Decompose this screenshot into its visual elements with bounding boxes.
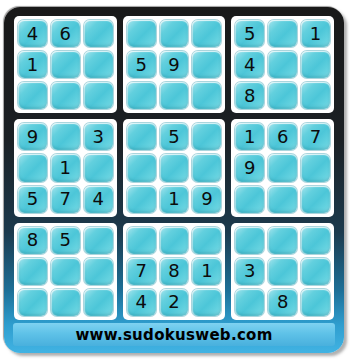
cell-r7-c1[interactable]: 8 <box>18 227 47 254</box>
box-r2-c2: 519 <box>123 119 226 216</box>
cell-r8-c7[interactable]: 3 <box>235 258 264 285</box>
cell-r1-c6[interactable] <box>192 20 221 47</box>
cell-r1-c1[interactable]: 4 <box>18 20 47 47</box>
cell-r8-c2[interactable] <box>51 258 80 285</box>
cell-r4-c9[interactable]: 7 <box>301 123 330 150</box>
cell-r8-c5[interactable]: 8 <box>160 258 189 285</box>
cell-r9-c3[interactable] <box>84 289 113 316</box>
cell-r6-c4[interactable] <box>127 186 156 213</box>
box-r3-c2: 78142 <box>123 223 226 320</box>
cell-r5-c7[interactable]: 9 <box>235 154 264 181</box>
cell-r7-c9[interactable] <box>301 227 330 254</box>
cell-r2-c3[interactable] <box>84 51 113 78</box>
sudoku-grid: 461 59 5148 931574 519 1679 85 78142 38 <box>14 16 334 320</box>
cell-r9-c5[interactable]: 2 <box>160 289 189 316</box>
box-r3-c3: 38 <box>231 223 334 320</box>
cell-r5-c5[interactable] <box>160 154 189 181</box>
cell-r7-c3[interactable] <box>84 227 113 254</box>
cell-r5-c9[interactable] <box>301 154 330 181</box>
cell-r4-c6[interactable] <box>192 123 221 150</box>
cell-r2-c7[interactable]: 4 <box>235 51 264 78</box>
cell-r2-c6[interactable] <box>192 51 221 78</box>
cell-r3-c3[interactable] <box>84 82 113 109</box>
cell-r5-c8[interactable] <box>268 154 297 181</box>
cell-r3-c7[interactable]: 8 <box>235 82 264 109</box>
cell-r2-c9[interactable] <box>301 51 330 78</box>
cell-r2-c2[interactable] <box>51 51 80 78</box>
cell-r1-c3[interactable] <box>84 20 113 47</box>
cell-r6-c2[interactable]: 7 <box>51 186 80 213</box>
cell-r7-c5[interactable] <box>160 227 189 254</box>
cell-r3-c4[interactable] <box>127 82 156 109</box>
cell-r9-c6[interactable] <box>192 289 221 316</box>
site-url: www.sudokusweb.com <box>13 323 335 346</box>
cell-r7-c4[interactable] <box>127 227 156 254</box>
cell-r9-c8[interactable]: 8 <box>268 289 297 316</box>
sudoku-board: 461 59 5148 931574 519 1679 85 78142 38 … <box>4 7 344 353</box>
cell-r4-c3[interactable]: 3 <box>84 123 113 150</box>
cell-r9-c9[interactable] <box>301 289 330 316</box>
cell-r6-c5[interactable]: 1 <box>160 186 189 213</box>
cell-r9-c4[interactable]: 4 <box>127 289 156 316</box>
cell-r3-c2[interactable] <box>51 82 80 109</box>
box-r1-c3: 5148 <box>231 16 334 113</box>
cell-r7-c7[interactable] <box>235 227 264 254</box>
cell-r3-c8[interactable] <box>268 82 297 109</box>
cell-r6-c9[interactable] <box>301 186 330 213</box>
cell-r4-c2[interactable] <box>51 123 80 150</box>
cell-r3-c6[interactable] <box>192 82 221 109</box>
cell-r2-c1[interactable]: 1 <box>18 51 47 78</box>
cell-r3-c5[interactable] <box>160 82 189 109</box>
cell-r8-c8[interactable] <box>268 258 297 285</box>
cell-r2-c5[interactable]: 9 <box>160 51 189 78</box>
cell-r1-c8[interactable] <box>268 20 297 47</box>
box-r1-c1: 461 <box>14 16 117 113</box>
cell-r6-c7[interactable] <box>235 186 264 213</box>
cell-r4-c8[interactable]: 6 <box>268 123 297 150</box>
box-r2-c3: 1679 <box>231 119 334 216</box>
cell-r9-c7[interactable] <box>235 289 264 316</box>
cell-r6-c1[interactable]: 5 <box>18 186 47 213</box>
cell-r4-c5[interactable]: 5 <box>160 123 189 150</box>
cell-r6-c8[interactable] <box>268 186 297 213</box>
cell-r1-c9[interactable]: 1 <box>301 20 330 47</box>
cell-r7-c6[interactable] <box>192 227 221 254</box>
cell-r5-c4[interactable] <box>127 154 156 181</box>
cell-r9-c1[interactable] <box>18 289 47 316</box>
cell-r6-c3[interactable]: 4 <box>84 186 113 213</box>
cell-r8-c1[interactable] <box>18 258 47 285</box>
cell-r1-c2[interactable]: 6 <box>51 20 80 47</box>
box-r3-c1: 85 <box>14 223 117 320</box>
cell-r9-c2[interactable] <box>51 289 80 316</box>
cell-r2-c8[interactable] <box>268 51 297 78</box>
cell-r1-c4[interactable] <box>127 20 156 47</box>
cell-r8-c6[interactable]: 1 <box>192 258 221 285</box>
box-r1-c2: 59 <box>123 16 226 113</box>
cell-r3-c9[interactable] <box>301 82 330 109</box>
cell-r4-c7[interactable]: 1 <box>235 123 264 150</box>
cell-r4-c4[interactable] <box>127 123 156 150</box>
cell-r7-c2[interactable]: 5 <box>51 227 80 254</box>
cell-r2-c4[interactable]: 5 <box>127 51 156 78</box>
cell-r3-c1[interactable] <box>18 82 47 109</box>
cell-r4-c1[interactable]: 9 <box>18 123 47 150</box>
cell-r8-c3[interactable] <box>84 258 113 285</box>
cell-r5-c1[interactable] <box>18 154 47 181</box>
cell-r7-c8[interactable] <box>268 227 297 254</box>
cell-r5-c2[interactable]: 1 <box>51 154 80 181</box>
cell-r6-c6[interactable]: 9 <box>192 186 221 213</box>
cell-r1-c5[interactable] <box>160 20 189 47</box>
cell-r1-c7[interactable]: 5 <box>235 20 264 47</box>
cell-r8-c9[interactable] <box>301 258 330 285</box>
cell-r8-c4[interactable]: 7 <box>127 258 156 285</box>
cell-r5-c6[interactable] <box>192 154 221 181</box>
box-r2-c1: 931574 <box>14 119 117 216</box>
cell-r5-c3[interactable] <box>84 154 113 181</box>
